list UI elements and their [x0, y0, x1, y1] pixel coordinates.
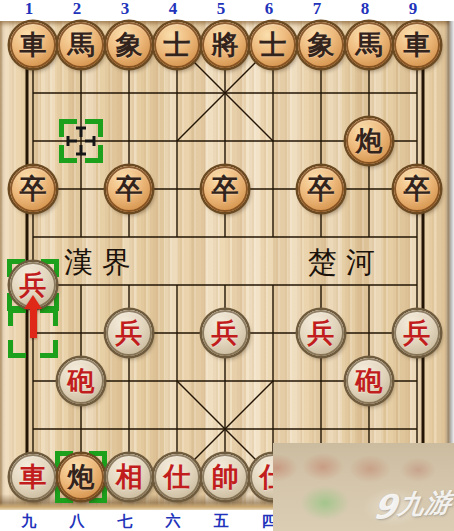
- piece-red-soldier[interactable]: 兵: [10, 262, 56, 308]
- bottom-file-number-4: 六: [166, 512, 181, 531]
- top-file-number-5: 5: [217, 0, 226, 19]
- piece-glyph: 馬: [356, 32, 383, 59]
- piece-black-soldier[interactable]: 卒: [106, 166, 152, 212]
- watermark-logo-icon: 9: [371, 487, 399, 527]
- bottom-file-number-3: 七: [118, 512, 133, 531]
- piece-glyph: 車: [20, 32, 47, 59]
- piece-red-soldier[interactable]: 兵: [202, 310, 248, 356]
- top-file-number-1: 1: [25, 0, 34, 19]
- top-number-strip: 123456789: [0, 0, 454, 21]
- piece-glyph: 卒: [20, 176, 47, 203]
- piece-glyph: 砲: [356, 368, 383, 395]
- piece-glyph: 相: [116, 464, 143, 491]
- piece-glyph: 士: [164, 32, 191, 59]
- piece-red-soldier[interactable]: 兵: [298, 310, 344, 356]
- top-file-number-7: 7: [313, 0, 322, 19]
- piece-glyph: 車: [404, 32, 431, 59]
- piece-glyph: 炮: [68, 464, 95, 491]
- piece-red-elephant[interactable]: 相: [106, 454, 152, 500]
- river-label-hanjie: 漢界: [64, 243, 140, 283]
- piece-red-chariot[interactable]: 車: [10, 454, 56, 500]
- piece-glyph: 象: [116, 32, 143, 59]
- bottom-file-number-2: 八: [70, 512, 85, 531]
- piece-red-general[interactable]: 帥: [202, 454, 248, 500]
- piece-black-advisor[interactable]: 士: [250, 22, 296, 68]
- piece-glyph: 仕: [164, 464, 191, 491]
- top-file-number-8: 8: [361, 0, 370, 19]
- top-file-number-2: 2: [73, 0, 82, 19]
- piece-glyph: 車: [20, 464, 47, 491]
- piece-black-soldier[interactable]: 卒: [10, 166, 56, 212]
- piece-black-soldier[interactable]: 卒: [298, 166, 344, 212]
- piece-glyph: 卒: [212, 176, 239, 203]
- piece-glyph: 兵: [404, 320, 431, 347]
- piece-glyph: 卒: [308, 176, 335, 203]
- top-file-number-3: 3: [121, 0, 130, 19]
- piece-glyph: 將: [212, 32, 239, 59]
- piece-red-soldier[interactable]: 兵: [394, 310, 440, 356]
- piece-black-elephant[interactable]: 象: [106, 22, 152, 68]
- piece-black-advisor[interactable]: 士: [154, 22, 200, 68]
- piece-glyph: 卒: [404, 176, 431, 203]
- blur-overlay: 9九游: [273, 443, 454, 531]
- piece-black-soldier[interactable]: 卒: [394, 166, 440, 212]
- bottom-file-number-5: 五: [214, 512, 229, 531]
- river-label-chuhe: 楚河: [308, 243, 384, 283]
- piece-black-chariot[interactable]: 車: [10, 22, 56, 68]
- piece-glyph: 象: [308, 32, 335, 59]
- top-file-number-9: 9: [409, 0, 418, 19]
- piece-glyph: 兵: [308, 320, 335, 347]
- piece-glyph: 帥: [212, 464, 239, 491]
- piece-glyph: 砲: [68, 368, 95, 395]
- piece-black-horse[interactable]: 馬: [58, 22, 104, 68]
- piece-black-soldier[interactable]: 卒: [202, 166, 248, 212]
- piece-glyph: 士: [260, 32, 287, 59]
- piece-glyph: 炮: [356, 128, 383, 155]
- piece-red-cannon[interactable]: 砲: [346, 358, 392, 404]
- piece-glyph: 兵: [212, 320, 239, 347]
- watermark: 9九游: [371, 484, 454, 527]
- piece-black-cannon[interactable]: 炮: [346, 118, 392, 164]
- top-file-number-4: 4: [169, 0, 178, 19]
- watermark-text: 九游: [396, 487, 454, 520]
- piece-black-horse[interactable]: 馬: [346, 22, 392, 68]
- piece-glyph: 卒: [116, 176, 143, 203]
- top-file-number-6: 6: [265, 0, 274, 19]
- piece-red-soldier[interactable]: 兵: [106, 310, 152, 356]
- bottom-file-number-1: 九: [22, 512, 37, 531]
- piece-black-general[interactable]: 將: [202, 22, 248, 68]
- xiangqi-app: 漢界 楚河 車馬象士將士象馬車炮卒卒卒卒卒兵兵兵兵兵砲砲車炮相仕帥仕相馬車 12…: [0, 0, 454, 531]
- piece-black-chariot[interactable]: 車: [394, 22, 440, 68]
- piece-black-elephant[interactable]: 象: [298, 22, 344, 68]
- piece-red-advisor[interactable]: 仕: [154, 454, 200, 500]
- piece-black-cannon[interactable]: 炮: [58, 454, 104, 500]
- piece-red-cannon[interactable]: 砲: [58, 358, 104, 404]
- piece-glyph: 馬: [68, 32, 95, 59]
- piece-glyph: 兵: [20, 272, 47, 299]
- piece-glyph: 兵: [116, 320, 143, 347]
